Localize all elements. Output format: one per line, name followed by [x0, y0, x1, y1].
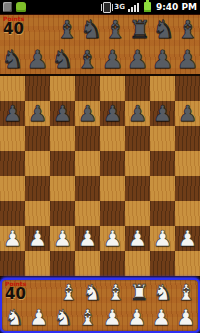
board-square[interactable]	[150, 251, 175, 276]
board-square[interactable]	[100, 176, 125, 201]
board-square[interactable]: ♟	[50, 101, 75, 126]
tray-slot: ♝	[76, 305, 101, 330]
chess-piece-black-pawn[interactable]: ♟	[3, 101, 23, 126]
chess-piece-white-knight[interactable]: ♞	[4, 305, 24, 330]
board-square[interactable]	[100, 76, 125, 101]
chess-piece-white-pawn[interactable]: ♟	[176, 305, 196, 330]
chess-piece-white-pawn[interactable]: ♟	[29, 305, 49, 330]
black-points-value: 40	[3, 22, 24, 37]
board-square[interactable]	[0, 76, 25, 101]
chess-piece-white-rook[interactable]: ♜	[129, 280, 149, 305]
tray-slot: ♞	[51, 305, 76, 330]
board-square[interactable]	[25, 251, 50, 276]
board-square[interactable]	[125, 126, 150, 151]
board-square[interactable]	[125, 76, 150, 101]
board-square[interactable]	[125, 201, 150, 226]
chess-piece-black-pawn[interactable]: ♟	[28, 101, 48, 126]
white-tray-row-2: ♞♟♞♝♟♟♟♟	[2, 305, 198, 330]
board-square[interactable]	[0, 251, 25, 276]
black-tray-row-1: ♝♞♝♜♞♝	[0, 15, 200, 45]
board-square[interactable]: ♟	[0, 226, 25, 251]
chess-piece-black-pawn[interactable]: ♟	[153, 101, 173, 126]
chess-piece-black-bishop[interactable]: ♝	[104, 15, 126, 45]
network-label: 3G	[114, 2, 125, 12]
board-square[interactable]	[75, 201, 100, 226]
board-square[interactable]	[175, 76, 200, 101]
board-square[interactable]	[125, 251, 150, 276]
tray-slot: ♝	[55, 15, 79, 45]
chess-piece-white-pawn[interactable]: ♟	[28, 226, 48, 251]
chess-piece-white-knight[interactable]: ♞	[153, 280, 173, 305]
tray-slot: ♟	[175, 45, 200, 75]
white-piece-tray: Points 40 ♝♞♝♜♞♝ ♞♟♞♝♟♟♟♟	[0, 278, 200, 333]
chess-piece-white-pawn[interactable]: ♟	[103, 226, 123, 251]
tray-slot: ♟	[174, 305, 199, 330]
chess-piece-white-pawn[interactable]: ♟	[128, 226, 148, 251]
board-square[interactable]	[50, 176, 75, 201]
chess-piece-black-knight[interactable]: ♞	[153, 15, 175, 45]
chess-piece-black-pawn[interactable]: ♟	[53, 101, 73, 126]
chess-piece-black-knight[interactable]: ♞	[80, 15, 102, 45]
chess-piece-black-bishop[interactable]: ♝	[56, 15, 78, 45]
tray-slot: ♟	[25, 45, 50, 75]
tray-slot: ♝	[75, 45, 100, 75]
board-square[interactable]: ♟	[100, 226, 125, 251]
white-points-value: 40	[5, 287, 26, 302]
board-square[interactable]: ♟	[125, 226, 150, 251]
board-square[interactable]	[25, 76, 50, 101]
chess-piece-white-pawn[interactable]: ♟	[3, 226, 23, 251]
tray-slot: ♟	[149, 305, 174, 330]
app-screen: 3G 9:40 PM Points 40 ♝♞♝♜♞♝ ♞♟♞♝♟♟♟♟ ♟♟♟…	[0, 0, 200, 333]
board-square[interactable]	[125, 151, 150, 176]
board-square[interactable]	[150, 201, 175, 226]
board-square[interactable]	[25, 126, 50, 151]
board-square[interactable]	[150, 76, 175, 101]
chess-piece-white-pawn[interactable]: ♟	[53, 226, 73, 251]
tray-slot: ♝	[176, 15, 200, 45]
android-icon	[16, 2, 26, 12]
board-square[interactable]: ♟	[150, 101, 175, 126]
board-square[interactable]	[0, 126, 25, 151]
board-square[interactable]	[0, 151, 25, 176]
tray-slot: ♟	[125, 45, 150, 75]
chess-piece-black-pawn[interactable]: ♟	[151, 45, 173, 75]
tray-slot: ♝	[57, 280, 81, 305]
sim-icon	[3, 2, 12, 12]
signal-icon	[128, 2, 139, 12]
vibrate-icon	[103, 2, 111, 13]
board-square[interactable]	[75, 176, 100, 201]
board-square[interactable]	[50, 151, 75, 176]
chess-piece-black-pawn[interactable]: ♟	[128, 101, 148, 126]
black-piece-tray: Points 40 ♝♞♝♜♞♝ ♞♟♞♝♟♟♟♟	[0, 14, 200, 74]
tray-slot: ♟	[150, 45, 175, 75]
board-square[interactable]	[100, 201, 125, 226]
board-square[interactable]	[50, 251, 75, 276]
board-square[interactable]	[50, 201, 75, 226]
chess-piece-white-pawn[interactable]: ♟	[151, 305, 171, 330]
chess-piece-black-pawn[interactable]: ♟	[176, 45, 198, 75]
chess-piece-black-pawn[interactable]: ♟	[103, 101, 123, 126]
board-square[interactable]	[25, 151, 50, 176]
board-square[interactable]	[25, 201, 50, 226]
board-square[interactable]	[100, 126, 125, 151]
chess-piece-white-pawn[interactable]: ♟	[78, 226, 98, 251]
tray-slot: ♜	[128, 280, 152, 305]
chess-piece-black-pawn[interactable]: ♟	[126, 45, 148, 75]
board-square[interactable]	[100, 251, 125, 276]
tray-slot: ♟	[100, 305, 125, 330]
battery-icon	[144, 2, 151, 12]
tray-slot: ♝	[103, 15, 127, 45]
black-tray-row-2: ♞♟♞♝♟♟♟♟	[0, 45, 200, 75]
board-square[interactable]	[50, 76, 75, 101]
board-square[interactable]	[175, 176, 200, 201]
chess-piece-black-bishop[interactable]: ♝	[177, 15, 199, 45]
chess-piece-white-bishop[interactable]: ♝	[106, 280, 126, 305]
chess-piece-white-knight[interactable]: ♞	[53, 305, 73, 330]
chess-piece-black-bishop[interactable]: ♝	[76, 45, 98, 75]
chess-piece-black-knight[interactable]: ♞	[51, 45, 73, 75]
status-bar-left	[3, 2, 26, 12]
status-bar-right: 3G 9:40 PM	[103, 2, 197, 13]
board-square[interactable]	[25, 176, 50, 201]
chess-piece-black-pawn[interactable]: ♟	[26, 45, 48, 75]
tray-slot: ♞	[0, 45, 25, 75]
chess-piece-white-bishop[interactable]: ♝	[59, 280, 79, 305]
board-square[interactable]	[175, 151, 200, 176]
board-square[interactable]	[125, 176, 150, 201]
board-square[interactable]: ♟	[25, 101, 50, 126]
clock-label: 9:40 PM	[154, 2, 197, 12]
status-bar: 3G 9:40 PM	[0, 0, 200, 14]
tray-slot: ♞	[79, 15, 103, 45]
white-tray-row-1: ♝♞♝♜♞♝	[2, 280, 198, 305]
tray-slot: ♜	[128, 15, 152, 45]
board-square[interactable]: ♟	[125, 101, 150, 126]
chess-piece-black-knight[interactable]: ♞	[1, 45, 23, 75]
chess-piece-white-pawn[interactable]: ♟	[178, 226, 198, 251]
chess-board: ♟♟♟♟♟♟♟♟♟♟♟♟♟♟♟♟	[0, 74, 200, 278]
board-square[interactable]	[75, 126, 100, 151]
tray-slot: ♝	[175, 280, 199, 305]
board-square[interactable]	[75, 76, 100, 101]
board-square[interactable]: ♟	[50, 226, 75, 251]
tray-slot: ♞	[151, 280, 175, 305]
chess-piece-white-knight[interactable]: ♞	[82, 280, 102, 305]
board-square[interactable]	[150, 176, 175, 201]
board-square[interactable]	[75, 151, 100, 176]
board-square[interactable]	[175, 201, 200, 226]
board-square[interactable]: ♟	[175, 226, 200, 251]
tray-slot: ♞	[2, 305, 27, 330]
board-square[interactable]	[50, 126, 75, 151]
board-square[interactable]	[150, 151, 175, 176]
chess-piece-black-pawn[interactable]: ♟	[178, 101, 198, 126]
chess-piece-white-pawn[interactable]: ♟	[153, 226, 173, 251]
white-points-panel: Points 40	[5, 281, 26, 302]
board-square[interactable]	[75, 251, 100, 276]
chess-piece-white-bishop[interactable]: ♝	[176, 280, 196, 305]
board-square[interactable]	[150, 126, 175, 151]
tray-slot: ♞	[152, 15, 176, 45]
board-square[interactable]	[0, 201, 25, 226]
board-square[interactable]	[100, 151, 125, 176]
board-square[interactable]: ♟	[0, 101, 25, 126]
chess-piece-black-pawn[interactable]: ♟	[78, 101, 98, 126]
chess-piece-white-pawn[interactable]: ♟	[127, 305, 147, 330]
tray-slot: ♞	[81, 280, 105, 305]
tray-slot: ♝	[104, 280, 128, 305]
black-points-panel: Points 40	[3, 16, 24, 37]
board-square[interactable]: ♟	[150, 226, 175, 251]
tray-slot: ♟	[125, 305, 150, 330]
board-square[interactable]: ♟	[75, 101, 100, 126]
tray-slot: ♟	[100, 45, 125, 75]
board-square[interactable]: ♟	[175, 101, 200, 126]
board-square[interactable]	[175, 251, 200, 276]
board-square[interactable]: ♟	[100, 101, 125, 126]
board-square[interactable]: ♟	[25, 226, 50, 251]
chess-piece-white-pawn[interactable]: ♟	[102, 305, 122, 330]
board-square[interactable]	[175, 126, 200, 151]
tray-slot: ♞	[50, 45, 75, 75]
tray-slot: ♟	[27, 305, 52, 330]
board-square[interactable]: ♟	[75, 226, 100, 251]
board-square[interactable]	[0, 176, 25, 201]
chess-piece-white-bishop[interactable]: ♝	[78, 305, 98, 330]
chess-piece-black-pawn[interactable]: ♟	[101, 45, 123, 75]
chess-piece-black-rook[interactable]: ♜	[128, 15, 150, 45]
